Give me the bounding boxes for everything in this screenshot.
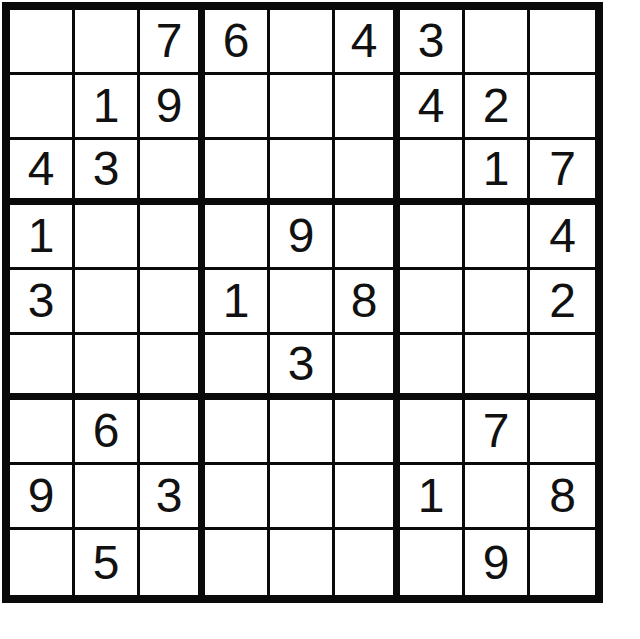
given-cell-r5c4: 1 [205,270,270,335]
given-cell-r2c7: 4 [400,75,465,140]
empty-cell-r6c6[interactable] [335,335,400,400]
empty-cell-r1c5[interactable] [270,10,335,75]
empty-cell-r5c7[interactable] [400,270,465,335]
given-cell-r4c5: 9 [270,205,335,270]
empty-cell-r5c5[interactable] [270,270,335,335]
empty-cell-r1c8[interactable] [465,10,530,75]
empty-cell-r9c7[interactable] [400,530,465,595]
given-cell-r3c2: 3 [75,140,140,205]
empty-cell-r8c2[interactable] [75,465,140,530]
given-cell-r2c3: 9 [140,75,205,140]
given-cell-r9c8: 9 [465,530,530,595]
given-cell-r8c1: 9 [10,465,75,530]
empty-cell-r3c4[interactable] [205,140,270,205]
empty-cell-r1c2[interactable] [75,10,140,75]
empty-cell-r7c9[interactable] [530,400,595,465]
empty-cell-r6c4[interactable] [205,335,270,400]
given-cell-r1c7: 3 [400,10,465,75]
empty-cell-r7c6[interactable] [335,400,400,465]
given-cell-r7c2: 6 [75,400,140,465]
empty-cell-r2c9[interactable] [530,75,595,140]
empty-cell-r5c3[interactable] [140,270,205,335]
empty-cell-r4c8[interactable] [465,205,530,270]
given-cell-r5c9: 2 [530,270,595,335]
empty-cell-r3c5[interactable] [270,140,335,205]
given-cell-r8c7: 1 [400,465,465,530]
given-cell-r5c6: 8 [335,270,400,335]
empty-cell-r5c8[interactable] [465,270,530,335]
empty-cell-r5c2[interactable] [75,270,140,335]
empty-cell-r6c1[interactable] [10,335,75,400]
empty-cell-r9c4[interactable] [205,530,270,595]
empty-cell-r6c8[interactable] [465,335,530,400]
empty-cell-r9c5[interactable] [270,530,335,595]
empty-cell-r6c2[interactable] [75,335,140,400]
empty-cell-r4c4[interactable] [205,205,270,270]
given-cell-r4c1: 1 [10,205,75,270]
given-cell-r5c1: 3 [10,270,75,335]
empty-cell-r8c4[interactable] [205,465,270,530]
given-cell-r1c4: 6 [205,10,270,75]
empty-cell-r2c5[interactable] [270,75,335,140]
given-cell-r9c2: 5 [75,530,140,595]
empty-cell-r9c6[interactable] [335,530,400,595]
empty-cell-r2c6[interactable] [335,75,400,140]
empty-cell-r3c3[interactable] [140,140,205,205]
given-cell-r8c3: 3 [140,465,205,530]
empty-cell-r2c4[interactable] [205,75,270,140]
empty-cell-r4c6[interactable] [335,205,400,270]
given-cell-r7c8: 7 [465,400,530,465]
empty-cell-r8c6[interactable] [335,465,400,530]
empty-cell-r1c1[interactable] [10,10,75,75]
empty-cell-r7c7[interactable] [400,400,465,465]
given-cell-r3c1: 4 [10,140,75,205]
empty-cell-r6c3[interactable] [140,335,205,400]
given-cell-r6c5: 3 [270,335,335,400]
given-cell-r2c8: 2 [465,75,530,140]
given-cell-r4c9: 4 [530,205,595,270]
empty-cell-r4c2[interactable] [75,205,140,270]
empty-cell-r7c1[interactable] [10,400,75,465]
empty-cell-r6c9[interactable] [530,335,595,400]
empty-cell-r9c9[interactable] [530,530,595,595]
empty-cell-r4c7[interactable] [400,205,465,270]
empty-cell-r8c5[interactable] [270,465,335,530]
given-cell-r3c8: 1 [465,140,530,205]
sudoku-board-wrap: 7643194243171943182367931859 [0,0,640,605]
empty-cell-r9c3[interactable] [140,530,205,595]
empty-cell-r7c3[interactable] [140,400,205,465]
given-cell-r1c3: 7 [140,10,205,75]
empty-cell-r1c9[interactable] [530,10,595,75]
empty-cell-r3c6[interactable] [335,140,400,205]
empty-cell-r9c1[interactable] [10,530,75,595]
empty-cell-r7c5[interactable] [270,400,335,465]
empty-cell-r8c8[interactable] [465,465,530,530]
given-cell-r1c6: 4 [335,10,400,75]
given-cell-r2c2: 1 [75,75,140,140]
given-cell-r3c9: 7 [530,140,595,205]
given-cell-r8c9: 8 [530,465,595,530]
empty-cell-r2c1[interactable] [10,75,75,140]
sudoku-board: 7643194243171943182367931859 [2,2,603,603]
empty-cell-r3c7[interactable] [400,140,465,205]
empty-cell-r4c3[interactable] [140,205,205,270]
empty-cell-r7c4[interactable] [205,400,270,465]
empty-cell-r6c7[interactable] [400,335,465,400]
